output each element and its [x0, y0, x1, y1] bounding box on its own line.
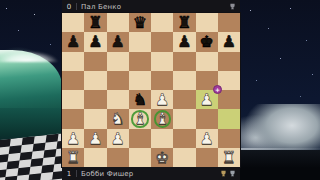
black-king-g7: ♚ [196, 32, 218, 51]
bar-divider [76, 3, 77, 10]
square-b1[interactable] [84, 148, 106, 167]
black-knight-d4: ♞ [129, 90, 151, 109]
square-a1[interactable]: ♜ [62, 148, 84, 167]
white-pawn-c2: ♟ [107, 129, 129, 148]
square-d6[interactable] [129, 52, 151, 71]
white-king-e1: ♚ [151, 148, 173, 167]
sea-right [240, 150, 320, 180]
square-a4[interactable] [62, 90, 84, 109]
white-knight-c3: ♞ [107, 109, 129, 128]
square-h7[interactable]: ♟ [218, 32, 240, 51]
square-a2[interactable]: ♟ [62, 129, 84, 148]
square-g7[interactable]: ♚ [196, 32, 218, 51]
square-g3[interactable] [196, 109, 218, 128]
square-e6[interactable] [151, 52, 173, 71]
clouds [240, 104, 320, 152]
annotation-circle-d3 [131, 110, 148, 127]
square-b3[interactable] [84, 109, 106, 128]
square-d4[interactable]: ♞ [129, 90, 151, 109]
starfield-background [0, 0, 1, 1]
square-e8[interactable] [151, 13, 173, 32]
square-f8[interactable]: ♜ [173, 13, 195, 32]
square-h4[interactable] [218, 90, 240, 109]
white-pawn-g2: ♟ [196, 129, 218, 148]
square-e3[interactable]: ♝ [151, 109, 173, 128]
top-player-bar: 0 Пал Бенко [62, 0, 240, 13]
square-e5[interactable] [151, 71, 173, 90]
square-h8[interactable] [218, 13, 240, 32]
square-c2[interactable]: ♟ [107, 129, 129, 148]
square-a7[interactable]: ♟ [62, 32, 84, 51]
bottom-player-score: 1 [66, 170, 72, 178]
square-h3[interactable] [218, 109, 240, 128]
square-a5[interactable] [62, 71, 84, 90]
square-c4[interactable] [107, 90, 129, 109]
square-e4[interactable]: ♟ [151, 90, 173, 109]
square-g6[interactable] [196, 52, 218, 71]
bottom-player-name: Бобби Фишер [81, 170, 133, 178]
square-f4[interactable] [173, 90, 195, 109]
trophy-icon-gold [220, 170, 227, 177]
square-b6[interactable] [84, 52, 106, 71]
annotation-circle-e3 [154, 110, 171, 127]
square-e2[interactable] [151, 129, 173, 148]
square-f6[interactable] [173, 52, 195, 71]
square-d2[interactable] [129, 129, 151, 148]
square-g1[interactable] [196, 148, 218, 167]
white-pawn-a2: ♟ [62, 129, 84, 148]
square-b4[interactable] [84, 90, 106, 109]
square-f3[interactable] [173, 109, 195, 128]
square-c8[interactable] [107, 13, 129, 32]
square-b5[interactable] [84, 71, 106, 90]
square-g8[interactable] [196, 13, 218, 32]
square-a3[interactable] [62, 109, 84, 128]
black-queen-d8: ♛ [129, 13, 151, 32]
square-d3[interactable]: ♝ [129, 109, 151, 128]
square-c6[interactable] [107, 52, 129, 71]
square-c3[interactable]: ♞ [107, 109, 129, 128]
move-quality-badge: + [213, 85, 222, 94]
white-rook-a1: ♜ [62, 148, 84, 167]
black-pawn-b7: ♟ [84, 32, 106, 51]
move-quality-symbol: + [215, 86, 220, 93]
white-pawn-b2: ♟ [84, 129, 106, 148]
wave-foam [0, 48, 64, 62]
trophy-icon-silver [229, 170, 236, 177]
white-pawn-e4: ♟ [151, 90, 173, 109]
black-pawn-f7: ♟ [173, 32, 195, 51]
square-h2[interactable] [218, 129, 240, 148]
bottom-player-bar: 1 Бобби Фишер [62, 167, 240, 180]
square-g2[interactable]: ♟ [196, 129, 218, 148]
trophy-icon [229, 3, 236, 10]
black-pawn-a7: ♟ [62, 32, 84, 51]
square-e7[interactable] [151, 32, 173, 51]
square-c1[interactable] [107, 148, 129, 167]
black-rook-f8: ♜ [173, 13, 195, 32]
square-c7[interactable]: ♟ [107, 32, 129, 51]
app-window: 0 Пал Бенко ♜♛♜♟♟♟♟♚♟♞♟♟♞♝♝♟♟♟♟♜♚♜ + 1 Б… [0, 0, 320, 180]
bar-divider [76, 170, 77, 177]
square-h1[interactable]: ♜ [218, 148, 240, 167]
square-f1[interactable] [173, 148, 195, 167]
square-a8[interactable] [62, 13, 84, 32]
square-f7[interactable]: ♟ [173, 32, 195, 51]
black-rook-b8: ♜ [84, 13, 106, 32]
square-d7[interactable] [129, 32, 151, 51]
square-e1[interactable]: ♚ [151, 148, 173, 167]
square-f5[interactable] [173, 71, 195, 90]
square-b2[interactable]: ♟ [84, 129, 106, 148]
square-b7[interactable]: ♟ [84, 32, 106, 51]
black-pawn-h7: ♟ [218, 32, 240, 51]
square-d1[interactable] [129, 148, 151, 167]
black-pawn-c7: ♟ [107, 32, 129, 51]
square-b8[interactable]: ♜ [84, 13, 106, 32]
white-rook-h1: ♜ [218, 148, 240, 167]
square-h6[interactable] [218, 52, 240, 71]
square-a6[interactable] [62, 52, 84, 71]
square-f2[interactable] [173, 129, 195, 148]
square-c5[interactable] [107, 71, 129, 90]
square-d8[interactable]: ♛ [129, 13, 151, 32]
square-d5[interactable] [129, 71, 151, 90]
top-player-name: Пал Бенко [81, 3, 121, 11]
top-player-score: 0 [66, 3, 72, 11]
